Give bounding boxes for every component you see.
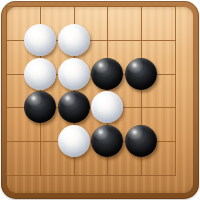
white-stone[interactable]: ○ <box>24 58 56 90</box>
white-stone[interactable]: ○ <box>58 24 90 56</box>
black-stone[interactable]: ● <box>91 125 123 157</box>
white-stone[interactable]: ○ <box>58 58 90 90</box>
black-stone[interactable]: ● <box>125 58 157 90</box>
gomoku-app: ○○○○●●●●○○●● <box>0 0 200 200</box>
black-stone[interactable]: ● <box>91 58 123 90</box>
white-stone[interactable]: ○ <box>58 125 90 157</box>
white-stone[interactable]: ○ <box>24 24 56 56</box>
black-stone[interactable]: ● <box>58 91 90 123</box>
stones-grid: ○○○○●●●●○○●● <box>0 0 192 192</box>
black-stone[interactable]: ● <box>125 125 157 157</box>
black-stone[interactable]: ● <box>24 91 56 123</box>
white-stone[interactable]: ○ <box>91 91 123 123</box>
